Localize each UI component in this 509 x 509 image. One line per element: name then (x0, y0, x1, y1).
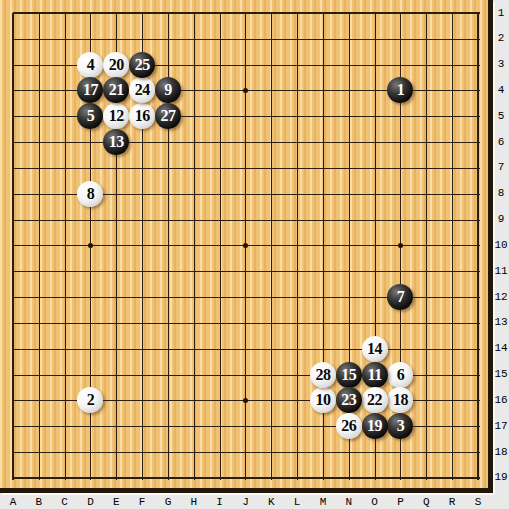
row-label-1: 1 (493, 7, 509, 20)
grid-line-vertical (12, 13, 14, 480)
stone-black-17-D4[interactable]: 17 (77, 77, 103, 103)
grid-line-vertical (39, 13, 40, 480)
row-label-2: 2 (493, 32, 509, 45)
col-label-L: L (287, 496, 308, 509)
row-label-13: 13 (493, 316, 509, 329)
row-label-10: 10 (493, 239, 509, 252)
stone-black-9-G4[interactable]: 9 (155, 77, 181, 103)
grid-line-horizontal (13, 12, 480, 14)
row-label-12: 12 (493, 291, 509, 304)
stone-black-3-P17[interactable]: 3 (387, 413, 413, 439)
grid-line-vertical (65, 13, 66, 480)
col-label-M: M (312, 496, 333, 509)
row-label-16: 16 (493, 394, 509, 407)
row-label-14: 14 (493, 342, 509, 355)
grid-line-vertical (426, 13, 427, 480)
grid-line-horizontal (13, 168, 480, 169)
col-label-D: D (80, 496, 101, 509)
stone-white-2-D16[interactable]: 2 (77, 387, 103, 413)
col-label-S: S (467, 496, 488, 509)
col-label-K: K (261, 496, 282, 509)
grid-line-horizontal (13, 323, 480, 324)
row-label-8: 8 (493, 187, 509, 200)
grid-line-horizontal (13, 220, 480, 221)
stone-white-12-E5[interactable]: 12 (103, 103, 129, 129)
col-label-A: A (3, 496, 24, 509)
col-label-J: J (235, 496, 256, 509)
stone-black-21-E4[interactable]: 21 (103, 77, 129, 103)
stone-black-11-O15[interactable]: 11 (362, 362, 388, 388)
stone-black-1-P4[interactable]: 1 (387, 77, 413, 103)
grid-line-vertical (194, 13, 195, 480)
stone-white-28-M15[interactable]: 28 (310, 362, 336, 388)
row-label-3: 3 (493, 58, 509, 71)
stone-black-7-P12[interactable]: 7 (387, 284, 413, 310)
stone-black-13-E6[interactable]: 13 (103, 129, 129, 155)
row-label-15: 15 (493, 368, 509, 381)
col-label-Q: Q (416, 496, 437, 509)
row-label-5: 5 (493, 110, 509, 123)
col-label-F: F (132, 496, 153, 509)
stone-black-23-N16[interactable]: 23 (336, 387, 362, 413)
star-point-J4 (243, 88, 248, 93)
stone-black-15-N15[interactable]: 15 (336, 362, 362, 388)
star-point-J10 (243, 243, 248, 248)
stone-white-18-P16[interactable]: 18 (387, 387, 413, 413)
stone-white-6-P15[interactable]: 6 (387, 362, 413, 388)
star-point-D10 (88, 243, 93, 248)
go-kifu-diagram: 1234567891011121314151617181920212223242… (0, 0, 509, 509)
grid-line-horizontal (13, 452, 480, 453)
stone-black-19-O17[interactable]: 19 (362, 413, 388, 439)
stone-white-4-D3[interactable]: 4 (77, 52, 103, 78)
stone-white-22-O16[interactable]: 22 (362, 387, 388, 413)
col-label-O: O (364, 496, 385, 509)
row-label-19: 19 (493, 471, 509, 484)
stone-white-24-F4[interactable]: 24 (129, 77, 155, 103)
row-label-4: 4 (493, 84, 509, 97)
grid-line-vertical (477, 13, 479, 480)
stone-black-25-F3[interactable]: 25 (129, 52, 155, 78)
stone-white-8-D8[interactable]: 8 (77, 181, 103, 207)
stone-white-16-F5[interactable]: 16 (129, 103, 155, 129)
grid-line-horizontal (13, 271, 480, 272)
row-label-6: 6 (493, 136, 509, 149)
star-point-J16 (243, 398, 248, 403)
stone-white-20-E3[interactable]: 20 (103, 52, 129, 78)
row-label-18: 18 (493, 446, 509, 459)
star-point-P10 (398, 243, 403, 248)
col-label-I: I (209, 496, 230, 509)
col-label-H: H (183, 496, 204, 509)
stone-black-27-G5[interactable]: 27 (155, 103, 181, 129)
row-label-9: 9 (493, 213, 509, 226)
row-label-17: 17 (493, 420, 509, 433)
stone-white-10-M16[interactable]: 10 (310, 387, 336, 413)
col-label-G: G (157, 496, 178, 509)
col-label-C: C (54, 496, 75, 509)
stone-white-26-N17[interactable]: 26 (336, 413, 362, 439)
stone-black-5-D5[interactable]: 5 (77, 103, 103, 129)
grid-line-vertical (452, 13, 453, 480)
grid-line-horizontal (13, 39, 480, 40)
grid-line-horizontal (13, 142, 480, 143)
col-label-P: P (390, 496, 411, 509)
grid-line-horizontal (13, 477, 480, 479)
go-board[interactable]: 1234567891011121314151617181920212223242… (0, 0, 493, 493)
grid-line-vertical (271, 13, 272, 480)
stone-white-14-O14[interactable]: 14 (362, 336, 388, 362)
grid-line-vertical (297, 13, 298, 480)
col-label-N: N (338, 496, 359, 509)
col-label-E: E (106, 496, 127, 509)
col-label-B: B (28, 496, 49, 509)
grid-line-vertical (220, 13, 221, 480)
row-label-11: 11 (493, 265, 509, 278)
row-label-7: 7 (493, 161, 509, 174)
col-label-R: R (442, 496, 463, 509)
grid-line-horizontal (13, 349, 480, 350)
